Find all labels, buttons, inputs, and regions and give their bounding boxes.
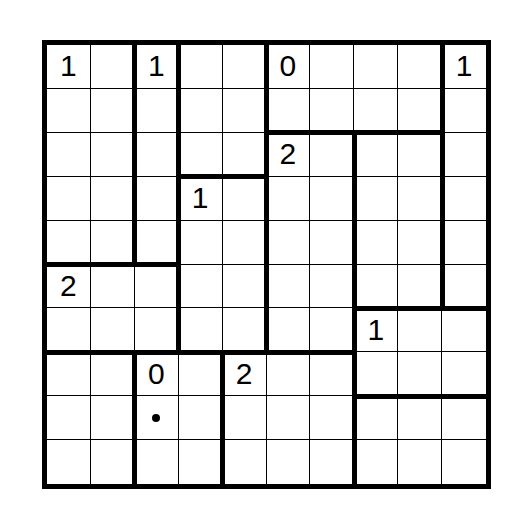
cell-r2c8[interactable] <box>354 89 398 133</box>
cell-r1c4[interactable] <box>179 45 223 89</box>
cell-r6c2[interactable] <box>91 265 135 309</box>
cell-r5c1[interactable] <box>47 221 91 265</box>
clue-number: 1 <box>60 51 77 81</box>
cell-r1c8[interactable] <box>354 45 398 89</box>
cell-r10c1[interactable] <box>47 440 91 484</box>
cell-r1c7[interactable] <box>310 45 354 89</box>
cell-r9c6[interactable] <box>267 396 311 440</box>
cell-r2c5[interactable] <box>223 89 267 133</box>
cell-grid: 1101212102 <box>47 45 486 484</box>
cell-r3c6[interactable]: 2 <box>267 133 311 177</box>
cell-r9c5[interactable] <box>223 396 267 440</box>
cell-r8c8[interactable] <box>354 352 398 396</box>
cell-r5c4[interactable] <box>179 221 223 265</box>
cell-r6c3[interactable] <box>135 265 179 309</box>
clue-number: 0 <box>280 51 297 81</box>
cell-r7c1[interactable] <box>47 308 91 352</box>
cell-r6c6[interactable] <box>267 265 311 309</box>
cell-r2c4[interactable] <box>179 89 223 133</box>
cell-r7c6[interactable] <box>267 308 311 352</box>
cell-r5c7[interactable] <box>310 221 354 265</box>
cell-r10c6[interactable] <box>267 440 311 484</box>
cell-r2c10[interactable] <box>442 89 486 133</box>
cell-r5c3[interactable] <box>135 221 179 265</box>
cell-r10c3[interactable] <box>135 440 179 484</box>
cell-r3c2[interactable] <box>91 133 135 177</box>
cell-r9c1[interactable] <box>47 396 91 440</box>
cell-r7c10[interactable] <box>442 308 486 352</box>
cell-r3c9[interactable] <box>398 133 442 177</box>
cell-r7c7[interactable] <box>310 308 354 352</box>
cell-r7c5[interactable] <box>223 308 267 352</box>
cell-r1c2[interactable] <box>91 45 135 89</box>
cell-r9c10[interactable] <box>442 396 486 440</box>
cell-r1c9[interactable] <box>398 45 442 89</box>
cell-r4c7[interactable] <box>310 177 354 221</box>
clue-number: 1 <box>148 51 165 81</box>
cell-r8c6[interactable] <box>267 352 311 396</box>
cell-r10c10[interactable] <box>442 440 486 484</box>
puzzle-page: 1101212102 <box>0 0 529 529</box>
cell-r8c1[interactable] <box>47 352 91 396</box>
cell-r3c4[interactable] <box>179 133 223 177</box>
cell-r3c1[interactable] <box>47 133 91 177</box>
cell-r5c2[interactable] <box>91 221 135 265</box>
cell-r10c8[interactable] <box>354 440 398 484</box>
cell-r3c3[interactable] <box>135 133 179 177</box>
clue-number: 1 <box>456 51 473 81</box>
clue-number: 2 <box>236 359 253 389</box>
cell-r2c1[interactable] <box>47 89 91 133</box>
cell-r6c4[interactable] <box>179 265 223 309</box>
cell-r8c9[interactable] <box>398 352 442 396</box>
clue-number: 1 <box>192 183 209 213</box>
cell-r4c10[interactable] <box>442 177 486 221</box>
cell-r9c3[interactable] <box>135 396 179 440</box>
cell-r5c8[interactable] <box>354 221 398 265</box>
cell-r1c5[interactable] <box>223 45 267 89</box>
cell-r6c5[interactable] <box>223 265 267 309</box>
cell-r7c8[interactable]: 1 <box>354 308 398 352</box>
cell-r8c3[interactable]: 0 <box>135 352 179 396</box>
cell-r9c2[interactable] <box>91 396 135 440</box>
clue-number: 2 <box>60 271 77 301</box>
cell-r5c10[interactable] <box>442 221 486 265</box>
cell-r3c10[interactable] <box>442 133 486 177</box>
cell-r8c10[interactable] <box>442 352 486 396</box>
clue-number: 1 <box>367 315 384 345</box>
cell-r10c7[interactable] <box>310 440 354 484</box>
cell-r3c8[interactable] <box>354 133 398 177</box>
cell-r3c5[interactable] <box>223 133 267 177</box>
cell-r5c5[interactable] <box>223 221 267 265</box>
cell-r10c4[interactable] <box>179 440 223 484</box>
cell-r8c5[interactable]: 2 <box>223 352 267 396</box>
cell-r10c9[interactable] <box>398 440 442 484</box>
cell-r8c4[interactable] <box>179 352 223 396</box>
cell-r1c3[interactable]: 1 <box>135 45 179 89</box>
cell-r6c8[interactable] <box>354 265 398 309</box>
cell-r7c9[interactable] <box>398 308 442 352</box>
cell-r10c5[interactable] <box>223 440 267 484</box>
cell-r6c10[interactable] <box>442 265 486 309</box>
cell-r2c6[interactable] <box>267 89 311 133</box>
dot-mark <box>152 414 160 422</box>
cell-r2c7[interactable] <box>310 89 354 133</box>
cell-r8c2[interactable] <box>91 352 135 396</box>
cell-r6c1[interactable]: 2 <box>47 265 91 309</box>
cell-r1c6[interactable]: 0 <box>267 45 311 89</box>
puzzle-board: 1101212102 <box>42 40 491 489</box>
cell-r7c3[interactable] <box>135 308 179 352</box>
cell-r4c6[interactable] <box>267 177 311 221</box>
cell-r6c7[interactable] <box>310 265 354 309</box>
clue-number: 2 <box>280 139 297 169</box>
cell-r4c5[interactable] <box>223 177 267 221</box>
cell-r4c1[interactable] <box>47 177 91 221</box>
cell-r2c9[interactable] <box>398 89 442 133</box>
cell-r1c1[interactable]: 1 <box>47 45 91 89</box>
cell-r4c2[interactable] <box>91 177 135 221</box>
cell-r9c4[interactable] <box>179 396 223 440</box>
cell-r5c9[interactable] <box>398 221 442 265</box>
cell-r6c9[interactable] <box>398 265 442 309</box>
cell-r4c4[interactable]: 1 <box>179 177 223 221</box>
cell-r4c8[interactable] <box>354 177 398 221</box>
cell-r7c4[interactable] <box>179 308 223 352</box>
cell-r5c6[interactable] <box>267 221 311 265</box>
cell-r9c8[interactable] <box>354 396 398 440</box>
cell-r4c3[interactable] <box>135 177 179 221</box>
cell-r8c7[interactable] <box>310 352 354 396</box>
cell-r2c3[interactable] <box>135 89 179 133</box>
cell-r3c7[interactable] <box>310 133 354 177</box>
cell-r9c7[interactable] <box>310 396 354 440</box>
clue-number: 0 <box>148 359 165 389</box>
cell-r10c2[interactable] <box>91 440 135 484</box>
cell-r1c10[interactable]: 1 <box>442 45 486 89</box>
cell-r7c2[interactable] <box>91 308 135 352</box>
cell-r9c9[interactable] <box>398 396 442 440</box>
cell-r4c9[interactable] <box>398 177 442 221</box>
cell-r2c2[interactable] <box>91 89 135 133</box>
